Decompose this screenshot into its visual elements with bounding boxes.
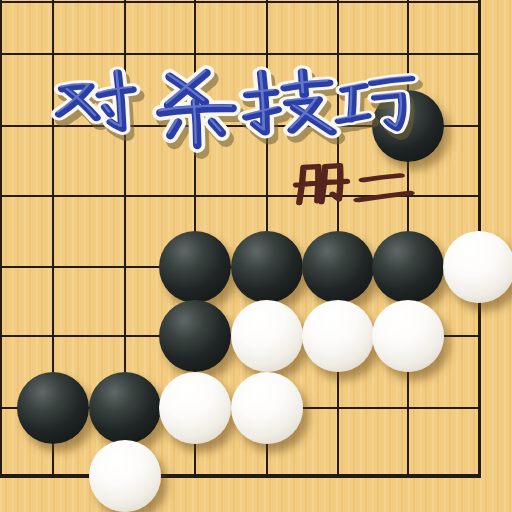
app-title-art: 对杀技巧 册二 [0, 0, 512, 512]
subtitle-layer [296, 166, 410, 203]
app-icon[interactable]: 对杀技巧 册二 [0, 0, 512, 512]
